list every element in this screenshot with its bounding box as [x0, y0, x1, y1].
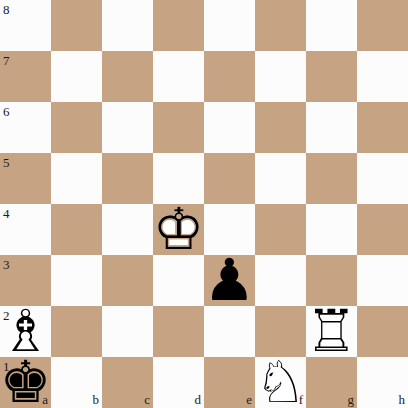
white-king-icon: ♔: [153, 204, 204, 255]
file-label-c: c: [144, 393, 150, 406]
square-f8[interactable]: [255, 0, 306, 51]
square-b1[interactable]: b: [51, 357, 102, 408]
file-label-b: b: [93, 393, 100, 406]
white-rook[interactable]: ♜♖: [306, 306, 357, 357]
chess-board-wrapper: 87654♚♔3♟2♝♗♜♖1a♚bcdef♞♘gh: [0, 0, 408, 408]
black-pawn-icon: ♟: [204, 255, 255, 306]
square-b4[interactable]: [51, 204, 102, 255]
square-e5[interactable]: [204, 153, 255, 204]
square-h2[interactable]: [357, 306, 408, 357]
square-e6[interactable]: [204, 102, 255, 153]
square-d2[interactable]: [153, 306, 204, 357]
rank-label-8: 8: [3, 3, 10, 16]
square-f4[interactable]: [255, 204, 306, 255]
square-h4[interactable]: [357, 204, 408, 255]
square-h8[interactable]: [357, 0, 408, 51]
square-e2[interactable]: [204, 306, 255, 357]
square-b7[interactable]: [51, 51, 102, 102]
square-g6[interactable]: [306, 102, 357, 153]
square-d6[interactable]: [153, 102, 204, 153]
square-g1[interactable]: g: [306, 357, 357, 408]
square-b3[interactable]: [51, 255, 102, 306]
black-pawn[interactable]: ♟: [204, 255, 255, 306]
square-c1[interactable]: c: [102, 357, 153, 408]
square-f7[interactable]: [255, 51, 306, 102]
square-a4[interactable]: 4: [0, 204, 51, 255]
square-e1[interactable]: e: [204, 357, 255, 408]
file-label-d: d: [195, 393, 202, 406]
square-h1[interactable]: h: [357, 357, 408, 408]
square-a7[interactable]: 7: [0, 51, 51, 102]
square-g8[interactable]: [306, 0, 357, 51]
rank-label-5: 5: [3, 156, 10, 169]
square-c5[interactable]: [102, 153, 153, 204]
square-d3[interactable]: [153, 255, 204, 306]
square-f6[interactable]: [255, 102, 306, 153]
square-c6[interactable]: [102, 102, 153, 153]
white-rook-icon: ♖: [306, 306, 357, 357]
square-d8[interactable]: [153, 0, 204, 51]
square-a6[interactable]: 6: [0, 102, 51, 153]
black-king-icon: ♚: [0, 357, 51, 408]
square-e7[interactable]: [204, 51, 255, 102]
file-label-g: g: [348, 393, 355, 406]
rank-label-6: 6: [3, 105, 10, 118]
square-c3[interactable]: [102, 255, 153, 306]
square-b6[interactable]: [51, 102, 102, 153]
square-b8[interactable]: [51, 0, 102, 51]
file-label-h: h: [399, 393, 406, 406]
rank-label-4: 4: [3, 207, 10, 220]
white-knight-icon: ♘: [255, 357, 306, 408]
square-a1[interactable]: 1a♚: [0, 357, 51, 408]
black-king[interactable]: ♚: [0, 357, 51, 408]
square-e3[interactable]: ♟: [204, 255, 255, 306]
square-d7[interactable]: [153, 51, 204, 102]
square-h6[interactable]: [357, 102, 408, 153]
square-g5[interactable]: [306, 153, 357, 204]
square-d1[interactable]: d: [153, 357, 204, 408]
square-f5[interactable]: [255, 153, 306, 204]
square-h7[interactable]: [357, 51, 408, 102]
square-c7[interactable]: [102, 51, 153, 102]
square-c8[interactable]: [102, 0, 153, 51]
square-g7[interactable]: [306, 51, 357, 102]
square-c4[interactable]: [102, 204, 153, 255]
chess-board: 87654♚♔3♟2♝♗♜♖1a♚bcdef♞♘gh: [0, 0, 408, 408]
square-a8[interactable]: 8: [0, 0, 51, 51]
square-h3[interactable]: [357, 255, 408, 306]
square-g2[interactable]: ♜♖: [306, 306, 357, 357]
square-c2[interactable]: [102, 306, 153, 357]
file-label-e: e: [246, 393, 252, 406]
square-g4[interactable]: [306, 204, 357, 255]
rank-label-3: 3: [3, 258, 10, 271]
white-knight[interactable]: ♞♘: [255, 357, 306, 408]
white-king[interactable]: ♚♔: [153, 204, 204, 255]
rank-label-7: 7: [3, 54, 10, 67]
square-f1[interactable]: f♞♘: [255, 357, 306, 408]
square-h5[interactable]: [357, 153, 408, 204]
square-f3[interactable]: [255, 255, 306, 306]
square-b5[interactable]: [51, 153, 102, 204]
square-b2[interactable]: [51, 306, 102, 357]
square-d4[interactable]: ♚♔: [153, 204, 204, 255]
square-e8[interactable]: [204, 0, 255, 51]
square-a5[interactable]: 5: [0, 153, 51, 204]
